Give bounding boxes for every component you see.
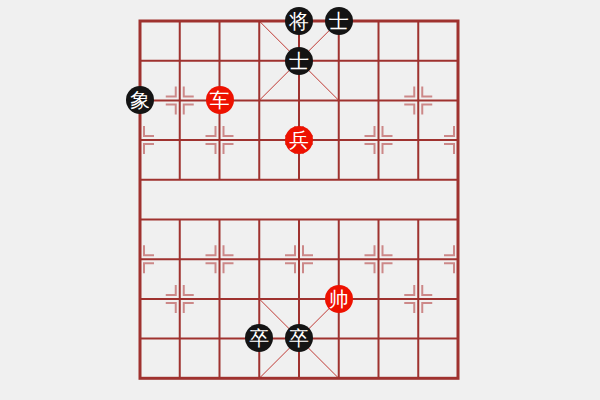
piece-black-soldier-1[interactable]: 卒 <box>245 324 273 352</box>
piece-black-elephant[interactable]: 象 <box>126 86 154 114</box>
piece-black-soldier-2[interactable]: 卒 <box>285 324 313 352</box>
piece-black-advisor-2[interactable]: 士 <box>285 47 313 75</box>
xiangqi-board: 将士士象车兵帅卒卒 <box>120 1 478 398</box>
piece-red-chariot[interactable]: 车 <box>206 86 234 114</box>
xiangqi-diagram: 将士士象车兵帅卒卒 <box>0 0 600 400</box>
piece-red-soldier[interactable]: 兵 <box>285 126 313 154</box>
piece-black-general[interactable]: 将 <box>285 7 313 35</box>
piece-black-advisor-1[interactable]: 士 <box>325 7 353 35</box>
piece-red-general[interactable]: 帅 <box>325 285 353 313</box>
